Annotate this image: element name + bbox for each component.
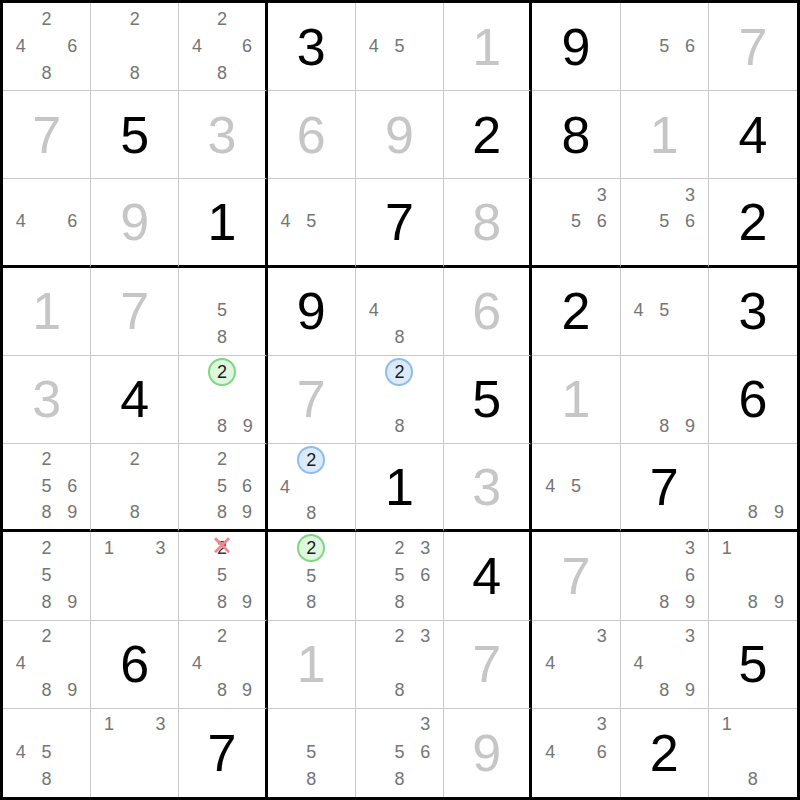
cell-r4c6[interactable]: 6 <box>444 268 532 356</box>
empty-candidate-slot <box>59 181 85 207</box>
empty-candidate-slot <box>589 473 615 499</box>
cell-r3c6[interactable]: 8 <box>444 179 532 267</box>
empty-candidate-slot <box>235 561 260 588</box>
empty-candidate-slot <box>412 588 438 615</box>
empty-candidate-slot <box>387 297 413 324</box>
empty-candidate-slot <box>626 561 652 588</box>
cell-r6c3[interactable]: 25689 <box>179 444 267 532</box>
cell-r9c7[interactable]: 346 <box>532 709 620 797</box>
cell-r1c7[interactable]: 9 <box>532 3 620 91</box>
cell-r8c4[interactable]: 1 <box>268 621 356 709</box>
cell-r8c3[interactable]: 2489 <box>179 621 267 709</box>
cell-r1c2[interactable]: 28 <box>91 3 179 91</box>
solved-digit: 1 <box>444 3 529 90</box>
empty-candidate-slot <box>96 561 122 588</box>
cell-r5c5[interactable]: 28 <box>356 356 444 444</box>
candidate-grid: 25689 <box>184 446 259 525</box>
candidate-digit: 2 <box>122 5 148 32</box>
candidate-digit: 8 <box>208 412 236 439</box>
candidate-grid: 28 <box>361 358 438 439</box>
candidate-digit: 5 <box>387 561 413 588</box>
empty-candidate-slot <box>677 385 703 412</box>
cell-r7c7[interactable]: 7 <box>532 532 620 620</box>
candidate-grid: 45 <box>537 446 614 525</box>
empty-candidate-slot <box>563 766 589 793</box>
candidate-digit: 5 <box>651 208 677 234</box>
empty-candidate-slot <box>148 499 174 525</box>
cell-r2c8[interactable]: 1 <box>621 91 709 179</box>
candidate-digit: 8 <box>34 766 60 793</box>
empty-candidate-slot <box>677 358 703 385</box>
cell-r3c8[interactable]: 356 <box>621 179 709 267</box>
cell-r4c8[interactable]: 45 <box>621 268 709 356</box>
empty-candidate-slot <box>59 234 85 260</box>
candidate-digit: 1 <box>714 534 740 561</box>
empty-candidate-slot <box>148 473 174 499</box>
empty-candidate-slot <box>122 561 148 588</box>
cell-r7c1[interactable]: 2589 <box>3 532 91 620</box>
cell-r4c4[interactable]: 9 <box>268 268 356 356</box>
empty-candidate-slot <box>210 650 235 677</box>
candidate-grid: 238 <box>361 623 438 704</box>
empty-candidate-slot <box>766 446 792 472</box>
candidate-digit: 4 <box>361 32 387 59</box>
candidate-grid: 58 <box>184 270 259 351</box>
candidate-digit: 3 <box>589 623 615 650</box>
empty-candidate-slot <box>324 766 350 793</box>
cell-r2c4[interactable]: 6 <box>268 91 356 179</box>
empty-candidate-slot <box>148 446 174 472</box>
empty-candidate-slot <box>184 588 209 615</box>
candidate-digit: 8 <box>387 588 413 615</box>
empty-candidate-slot <box>184 412 208 439</box>
empty-candidate-slot <box>361 386 386 413</box>
empty-candidate-slot <box>537 766 563 793</box>
cell-r7c8[interactable]: 3689 <box>621 532 709 620</box>
empty-candidate-slot <box>96 766 122 793</box>
cell-r9c4[interactable]: 58 <box>268 709 356 797</box>
empty-candidate-slot <box>184 297 209 324</box>
candidate-slot: 2 <box>208 358 236 386</box>
candidate-grid: 48 <box>361 270 438 351</box>
empty-candidate-slot <box>651 623 677 650</box>
empty-candidate-slot <box>714 738 740 765</box>
cell-r6c9[interactable]: 89 <box>709 444 797 532</box>
cell-r4c7[interactable]: 2 <box>532 268 620 356</box>
candidate-digit: 1 <box>714 711 740 738</box>
candidate-digit: 4 <box>626 297 652 324</box>
candidate-digit: 4 <box>8 208 34 234</box>
empty-candidate-slot <box>184 5 209 32</box>
cell-r9c1[interactable]: 458 <box>3 709 91 797</box>
empty-candidate-slot <box>235 650 260 677</box>
candidate-digit: 8 <box>385 412 413 439</box>
empty-candidate-slot <box>236 358 260 386</box>
cell-r1c3[interactable]: 2468 <box>179 3 267 91</box>
empty-candidate-slot <box>8 5 34 32</box>
green-circled-candidate[interactable]: 2 <box>297 534 325 562</box>
empty-candidate-slot <box>297 474 325 500</box>
candidate-digit: 8 <box>387 324 413 351</box>
cell-r7c5[interactable]: 23568 <box>356 532 444 620</box>
cell-r9c3[interactable]: 7 <box>179 709 267 797</box>
empty-candidate-slot <box>8 234 34 260</box>
empty-candidate-slot <box>714 499 740 525</box>
candidate-grid: 34 <box>537 623 614 704</box>
empty-candidate-slot <box>325 562 350 589</box>
cell-r7c6[interactable]: 4 <box>444 532 532 620</box>
empty-candidate-slot <box>184 623 209 650</box>
candidate-grid: 45 <box>361 5 438 86</box>
cell-r9c9[interactable]: 18 <box>709 709 797 797</box>
candidate-grid: 45 <box>273 181 350 260</box>
empty-candidate-slot <box>361 412 386 439</box>
cell-r9c5[interactable]: 3568 <box>356 709 444 797</box>
candidate-grid: 13 <box>96 711 173 793</box>
candidate-digit: 9 <box>59 588 85 615</box>
empty-candidate-slot <box>626 324 652 351</box>
cell-r8c1[interactable]: 2489 <box>3 621 91 709</box>
empty-candidate-slot <box>651 324 677 351</box>
candidate-digit: 9 <box>235 499 260 525</box>
blue-circled-candidate[interactable]: 2 <box>385 358 413 386</box>
cell-r2c9[interactable]: 4 <box>709 91 797 179</box>
empty-candidate-slot <box>59 766 85 793</box>
given-digit: 4 <box>709 91 797 178</box>
empty-candidate-slot <box>563 711 589 738</box>
empty-candidate-slot <box>412 766 438 793</box>
empty-candidate-slot <box>361 324 387 351</box>
empty-candidate-slot <box>361 358 386 386</box>
empty-candidate-slot <box>537 234 563 260</box>
candidate-digit: 8 <box>210 499 235 525</box>
empty-candidate-slot <box>298 181 324 207</box>
empty-candidate-slot <box>184 499 209 525</box>
candidate-digit: 3 <box>148 711 174 738</box>
empty-candidate-slot <box>626 534 652 561</box>
cell-r3c2[interactable]: 9 <box>91 179 179 267</box>
empty-candidate-slot <box>273 738 299 765</box>
cell-r8c8[interactable]: 3489 <box>621 621 709 709</box>
cell-r3c5[interactable]: 7 <box>356 179 444 267</box>
empty-candidate-slot <box>325 500 350 526</box>
candidate-slot: 2 <box>297 534 325 562</box>
empty-candidate-slot <box>537 499 563 525</box>
candidate-digit: 5 <box>387 738 413 765</box>
empty-candidate-slot <box>651 650 677 677</box>
empty-candidate-slot <box>324 711 350 738</box>
empty-candidate-slot <box>210 32 235 59</box>
empty-candidate-slot <box>122 473 148 499</box>
empty-candidate-slot <box>122 588 148 615</box>
candidate-digit: 8 <box>34 59 60 86</box>
candidate-grid: 458 <box>8 711 85 793</box>
candidate-grid: 18 <box>714 711 792 793</box>
empty-candidate-slot <box>122 32 148 59</box>
cell-r6c5[interactable]: 1 <box>356 444 444 532</box>
cell-r2c1[interactable]: 7 <box>3 91 91 179</box>
cell-r3c9[interactable]: 2 <box>709 179 797 267</box>
solved-digit: 1 <box>268 621 355 708</box>
cell-r9c2[interactable]: 13 <box>91 709 179 797</box>
cell-r7c2[interactable]: 13 <box>91 532 179 620</box>
candidate-digit: 8 <box>740 499 766 525</box>
candidate-digit: 8 <box>651 412 677 439</box>
cell-r8c5[interactable]: 238 <box>356 621 444 709</box>
empty-candidate-slot <box>651 358 677 385</box>
empty-candidate-slot <box>563 623 589 650</box>
cell-r5c1[interactable]: 3 <box>3 356 91 444</box>
cell-r8c7[interactable]: 34 <box>532 621 620 709</box>
given-digit: 7 <box>356 179 443 264</box>
candidate-grid: 58 <box>273 711 350 793</box>
sudoku-board: 2468282468345195677536928144691457835635… <box>0 0 800 800</box>
empty-candidate-slot <box>677 234 703 260</box>
empty-candidate-slot <box>413 412 438 439</box>
given-digit: 7 <box>621 444 708 529</box>
empty-candidate-slot <box>96 59 122 86</box>
candidate-digit: 3 <box>677 623 703 650</box>
given-digit: 3 <box>268 3 355 90</box>
cell-r2c7[interactable]: 8 <box>532 91 620 179</box>
empty-candidate-slot <box>122 766 148 793</box>
cell-r6c1[interactable]: 25689 <box>3 444 91 532</box>
empty-candidate-slot <box>766 711 792 738</box>
cell-r5c8[interactable]: 89 <box>621 356 709 444</box>
empty-candidate-slot <box>361 561 387 588</box>
candidate-digit: 2 <box>387 623 413 650</box>
candidate-digit: 5 <box>210 297 235 324</box>
cell-r2c5[interactable]: 9 <box>356 91 444 179</box>
cell-r9c6[interactable]: 9 <box>444 709 532 797</box>
empty-candidate-slot <box>740 738 766 765</box>
empty-candidate-slot <box>8 677 34 704</box>
given-digit: 5 <box>91 91 178 178</box>
empty-candidate-slot <box>148 766 174 793</box>
candidate-digit: 3 <box>589 711 615 738</box>
candidate-grid: 2✕589 <box>184 534 259 615</box>
candidate-digit: 5 <box>298 208 324 234</box>
empty-candidate-slot <box>589 677 615 704</box>
candidate-digit: 2 <box>34 446 60 472</box>
empty-candidate-slot <box>766 561 792 588</box>
cell-r3c7[interactable]: 356 <box>532 179 620 267</box>
candidate-slot: 2 <box>385 358 413 386</box>
empty-candidate-slot <box>626 623 652 650</box>
candidate-digit: 4 <box>8 650 34 677</box>
cell-r4c9[interactable]: 3 <box>709 268 797 356</box>
candidate-digit: 5 <box>563 473 589 499</box>
solved-digit: 7 <box>709 3 797 90</box>
empty-candidate-slot <box>412 324 438 351</box>
empty-candidate-slot <box>413 386 438 413</box>
cell-r9c8[interactable]: 2 <box>621 709 709 797</box>
empty-candidate-slot <box>8 534 34 561</box>
cell-r3c4[interactable]: 45 <box>268 179 356 267</box>
cell-r6c7[interactable]: 45 <box>532 444 620 532</box>
candidate-digit: 4 <box>537 650 563 677</box>
empty-candidate-slot <box>59 623 85 650</box>
empty-candidate-slot <box>537 208 563 234</box>
empty-candidate-slot <box>626 358 652 385</box>
empty-candidate-slot <box>714 446 740 472</box>
candidate-digit: 3 <box>412 534 438 561</box>
candidate-digit: 4 <box>361 297 387 324</box>
candidate-digit: 9 <box>59 499 85 525</box>
cell-r4c5[interactable]: 48 <box>356 268 444 356</box>
empty-candidate-slot <box>563 446 589 472</box>
cell-r1c5[interactable]: 45 <box>356 3 444 91</box>
cell-r4c3[interactable]: 58 <box>179 268 267 356</box>
candidate-digit: 9 <box>677 588 703 615</box>
candidate-digit: 2 <box>210 5 235 32</box>
cell-r6c6[interactable]: 3 <box>444 444 532 532</box>
cell-r3c3[interactable]: 1 <box>179 179 267 267</box>
empty-candidate-slot <box>714 766 740 793</box>
cell-r1c9[interactable]: 7 <box>709 3 797 91</box>
candidate-digit: 4 <box>273 474 298 500</box>
cell-r7c4[interactable]: 258 <box>268 532 356 620</box>
empty-candidate-slot <box>8 588 34 615</box>
cell-r5c4[interactable]: 7 <box>268 356 356 444</box>
empty-candidate-slot <box>677 270 703 297</box>
empty-candidate-slot <box>361 711 387 738</box>
empty-candidate-slot <box>766 534 792 561</box>
empty-candidate-slot <box>325 534 350 562</box>
empty-candidate-slot <box>626 385 652 412</box>
empty-candidate-slot <box>537 446 563 472</box>
empty-candidate-slot <box>184 561 209 588</box>
cell-r8c9[interactable]: 5 <box>709 621 797 709</box>
cell-r6c4[interactable]: 248 <box>268 444 356 532</box>
cell-r8c6[interactable]: 7 <box>444 621 532 709</box>
cell-r5c6[interactable]: 5 <box>444 356 532 444</box>
candidate-digit: 6 <box>677 32 703 59</box>
empty-candidate-slot <box>626 59 652 86</box>
empty-candidate-slot <box>626 412 652 439</box>
candidate-digit: 4 <box>537 738 563 765</box>
candidate-digit: 2 <box>210 446 235 472</box>
cell-r2c3[interactable]: 3 <box>179 91 267 179</box>
candidate-digit: 6 <box>235 32 260 59</box>
empty-candidate-slot <box>148 59 174 86</box>
cell-r7c9[interactable]: 189 <box>709 532 797 620</box>
candidate-digit: 3 <box>412 623 438 650</box>
green-circled-candidate[interactable]: 2 <box>208 358 236 386</box>
empty-candidate-slot <box>563 738 589 765</box>
cell-r8c2[interactable]: 6 <box>91 621 179 709</box>
empty-candidate-slot <box>236 386 260 413</box>
empty-candidate-slot <box>563 181 589 207</box>
cell-r5c9[interactable]: 6 <box>709 356 797 444</box>
empty-candidate-slot <box>34 181 60 207</box>
empty-candidate-slot <box>8 473 34 499</box>
cell-r3c1[interactable]: 46 <box>3 179 91 267</box>
solved-digit: 9 <box>356 91 443 178</box>
empty-candidate-slot <box>184 473 209 499</box>
candidate-digit: 4 <box>626 650 652 677</box>
empty-candidate-slot <box>184 534 209 561</box>
candidate-digit: 5 <box>297 562 325 589</box>
empty-candidate-slot <box>325 446 350 474</box>
empty-candidate-slot <box>361 270 387 297</box>
cell-r2c2[interactable]: 5 <box>91 91 179 179</box>
candidate-grid: 258 <box>273 534 350 615</box>
blue-circled-candidate[interactable]: 2 <box>297 446 325 474</box>
candidate-digit: 6 <box>59 32 85 59</box>
candidate-digit: 6 <box>677 561 703 588</box>
empty-candidate-slot <box>677 324 703 351</box>
cell-r1c6[interactable]: 1 <box>444 3 532 91</box>
empty-candidate-slot <box>361 650 387 677</box>
empty-candidate-slot <box>740 446 766 472</box>
candidate-digit: 8 <box>210 59 235 86</box>
empty-candidate-slot <box>8 766 34 793</box>
candidate-grid: 2589 <box>8 534 85 615</box>
candidate-slot: 2 <box>297 446 325 474</box>
cell-r1c4[interactable]: 3 <box>268 3 356 91</box>
cell-r5c7[interactable]: 1 <box>532 356 620 444</box>
given-digit: 6 <box>91 621 178 708</box>
empty-candidate-slot <box>96 446 122 472</box>
empty-candidate-slot <box>651 5 677 32</box>
candidate-grid: 289 <box>184 358 259 439</box>
empty-candidate-slot <box>96 5 122 32</box>
empty-candidate-slot <box>714 473 740 499</box>
cell-r6c8[interactable]: 7 <box>621 444 709 532</box>
cell-r1c8[interactable]: 56 <box>621 3 709 91</box>
empty-candidate-slot <box>740 711 766 738</box>
cell-r5c3[interactable]: 289 <box>179 356 267 444</box>
cell-r2c6[interactable]: 2 <box>444 91 532 179</box>
cell-r4c1[interactable]: 1 <box>3 268 91 356</box>
solved-digit: 1 <box>532 356 619 443</box>
candidate-grid: 2468 <box>184 5 259 86</box>
given-digit: 9 <box>268 268 355 355</box>
solved-digit: 3 <box>3 356 90 443</box>
cell-r7c3[interactable]: 2✕589 <box>179 532 267 620</box>
candidate-digit: 5 <box>34 473 60 499</box>
empty-candidate-slot <box>412 270 438 297</box>
solved-digit: 3 <box>179 91 264 178</box>
empty-candidate-slot <box>184 59 209 86</box>
empty-candidate-slot <box>626 234 652 260</box>
candidate-digit: 3 <box>148 534 174 561</box>
candidate-grid: 46 <box>8 181 85 260</box>
cell-r6c2[interactable]: 28 <box>91 444 179 532</box>
candidate-grid: 28 <box>96 446 173 525</box>
empty-candidate-slot <box>298 234 324 260</box>
empty-candidate-slot <box>626 5 652 32</box>
given-digit: 6 <box>709 356 797 443</box>
empty-candidate-slot <box>184 677 209 704</box>
empty-candidate-slot <box>148 32 174 59</box>
candidate-digit: 6 <box>412 561 438 588</box>
empty-candidate-slot <box>235 324 260 351</box>
candidate-digit: 6 <box>589 208 615 234</box>
candidate-digit: 9 <box>766 499 792 525</box>
empty-candidate-slot <box>59 534 85 561</box>
cell-r5c2[interactable]: 4 <box>91 356 179 444</box>
empty-candidate-slot <box>740 561 766 588</box>
empty-candidate-slot <box>184 446 209 472</box>
candidate-digit: 5 <box>210 561 235 588</box>
candidate-grid: 89 <box>626 358 703 439</box>
cell-r1c1[interactable]: 2468 <box>3 3 91 91</box>
empty-candidate-slot <box>677 59 703 86</box>
cell-r4c2[interactable]: 7 <box>91 268 179 356</box>
empty-candidate-slot <box>361 5 387 32</box>
